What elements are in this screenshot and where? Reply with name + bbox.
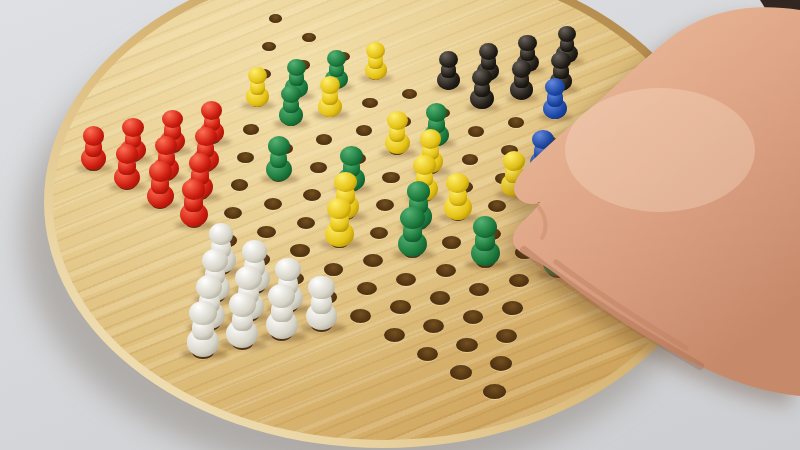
hole[interactable] <box>237 152 254 163</box>
peg-blue[interactable] <box>529 130 558 174</box>
hole[interactable] <box>442 236 461 249</box>
hole[interactable] <box>462 154 479 165</box>
hole[interactable] <box>568 182 586 194</box>
hole[interactable] <box>490 356 512 371</box>
hole[interactable] <box>469 283 489 296</box>
hole[interactable] <box>384 328 405 342</box>
peg-blue[interactable] <box>542 78 568 119</box>
peg-white[interactable] <box>264 284 299 339</box>
hole[interactable] <box>356 125 372 136</box>
hole[interactable] <box>436 264 456 277</box>
hole[interactable] <box>561 210 579 222</box>
hole[interactable] <box>303 189 321 201</box>
hole[interactable] <box>417 347 439 362</box>
hole[interactable] <box>488 200 506 212</box>
hole[interactable] <box>257 226 276 239</box>
hole[interactable] <box>262 42 276 51</box>
hole[interactable] <box>302 33 316 42</box>
pieces-layer <box>0 0 800 450</box>
held-peg-yellow[interactable] <box>499 151 529 197</box>
hole[interactable] <box>667 238 686 251</box>
hole[interactable] <box>376 199 394 211</box>
peg-white[interactable] <box>185 301 221 357</box>
peg-yellow[interactable] <box>363 42 388 80</box>
hole[interactable] <box>357 282 377 295</box>
hole[interactable] <box>588 256 608 269</box>
peg-red[interactable] <box>112 144 141 189</box>
hole[interactable] <box>515 246 534 259</box>
hole[interactable] <box>264 198 282 210</box>
peg-green[interactable] <box>278 85 305 126</box>
hole[interactable] <box>496 329 517 343</box>
hole[interactable] <box>463 310 484 324</box>
hole[interactable] <box>390 300 411 314</box>
hole[interactable] <box>483 384 506 399</box>
hole[interactable] <box>363 254 382 267</box>
hole[interactable] <box>224 207 242 219</box>
hole[interactable] <box>269 14 282 23</box>
peg-red[interactable] <box>145 161 175 208</box>
hole[interactable] <box>290 244 309 257</box>
hole[interactable] <box>402 89 417 99</box>
peg-green[interactable] <box>264 136 293 181</box>
peg-yellow[interactable] <box>317 76 343 117</box>
hole[interactable] <box>634 220 653 232</box>
hole[interactable] <box>522 219 541 231</box>
hole[interactable] <box>324 263 344 276</box>
hole[interactable] <box>468 126 484 137</box>
hole[interactable] <box>508 117 524 128</box>
hole[interactable] <box>502 301 523 315</box>
hole[interactable] <box>601 201 619 213</box>
peg-white[interactable] <box>304 276 339 330</box>
hole[interactable] <box>430 291 450 305</box>
peg-yellow[interactable] <box>443 173 474 220</box>
hole[interactable] <box>382 172 399 184</box>
peg-red[interactable] <box>178 179 209 227</box>
peg-black[interactable] <box>509 60 535 100</box>
hole[interactable] <box>310 162 327 173</box>
hole[interactable] <box>370 227 389 240</box>
hole[interactable] <box>350 309 371 323</box>
peg-green[interactable] <box>469 216 501 266</box>
hole[interactable] <box>456 338 478 352</box>
hole[interactable] <box>627 247 646 260</box>
peg-black[interactable] <box>436 51 461 90</box>
peg-black[interactable] <box>469 69 495 109</box>
scene <box>0 0 800 450</box>
peg-green[interactable] <box>396 207 428 257</box>
hole[interactable] <box>316 134 332 145</box>
hole[interactable] <box>231 179 249 191</box>
peg-red[interactable] <box>79 126 107 170</box>
hole[interactable] <box>509 274 529 287</box>
hole[interactable] <box>396 273 416 286</box>
peg-white[interactable] <box>225 292 261 347</box>
hole[interactable] <box>450 365 472 380</box>
hole[interactable] <box>362 98 378 108</box>
hole[interactable] <box>423 319 444 333</box>
peg-green[interactable] <box>542 226 575 277</box>
hole[interactable] <box>297 217 316 229</box>
peg-yellow[interactable] <box>324 198 356 247</box>
hole[interactable] <box>243 124 259 135</box>
peg-yellow[interactable] <box>245 67 271 107</box>
peg-yellow[interactable] <box>383 111 411 154</box>
hole[interactable] <box>594 229 613 242</box>
